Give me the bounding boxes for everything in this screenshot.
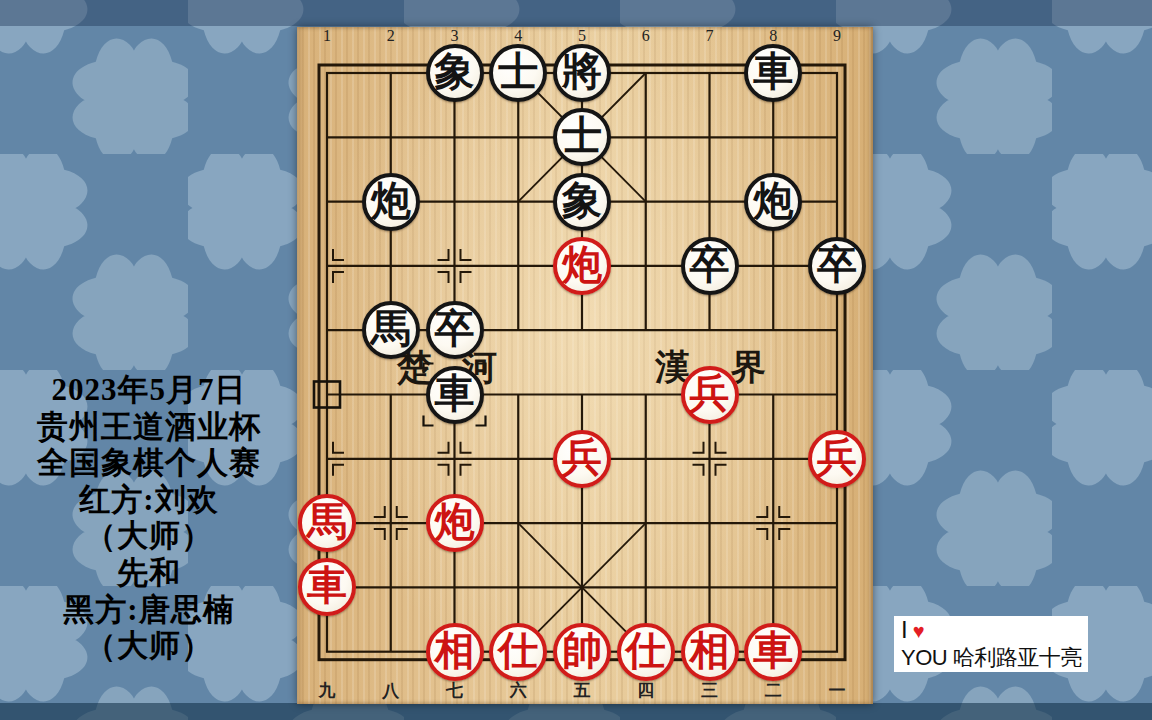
piece-black-f5r2[interactable]: 士	[553, 108, 611, 166]
info-line: （大师）	[0, 628, 298, 665]
piece-red-f7r6[interactable]: 兵	[681, 366, 739, 424]
top-dark-strip	[0, 0, 1152, 26]
piece-black-f3r5[interactable]: 卒	[426, 301, 484, 359]
piece-character: 相	[435, 631, 475, 671]
piece-black-f8r3[interactable]: 炮	[744, 173, 802, 231]
piece-black-f5r1[interactable]: 將	[553, 44, 611, 102]
piece-character: 象	[562, 181, 602, 221]
piece-red-f8r10[interactable]: 車	[744, 623, 802, 681]
piece-black-f7r4[interactable]: 卒	[681, 237, 739, 295]
piece-black-f2r3[interactable]: 炮	[362, 173, 420, 231]
info-line: 黑方:唐思楠	[0, 592, 298, 629]
piece-character: 兵	[817, 438, 857, 478]
piece-character: 相	[690, 631, 730, 671]
info-line: （大师）	[0, 518, 298, 555]
piece-character: 馬	[371, 309, 411, 349]
watermark: I♥ YOU 哈利路亚十亮	[894, 616, 1088, 672]
xiangqi-board: 123456789 九八七六五四三二一 楚河 漢界 象士將車士炮象炮炮卒卒馬卒車…	[297, 27, 873, 704]
screenshot-root: 2023年5月7日贵州王道酒业杯全国象棋个人赛红方:刘欢（大师）先和黑方:唐思楠…	[0, 0, 1152, 720]
piece-red-f5r7[interactable]: 兵	[553, 430, 611, 488]
piece-character: 帥	[562, 631, 602, 671]
piece-red-f5r10[interactable]: 帥	[553, 623, 611, 681]
piece-character: 車	[307, 566, 347, 606]
watermark-line2: YOU 哈利路亚十亮	[901, 644, 1088, 671]
piece-black-f8r1[interactable]: 車	[744, 44, 802, 102]
watermark-line1: I♥	[901, 617, 1088, 644]
info-line: 全国象棋个人赛	[0, 445, 298, 482]
piece-red-f7r10[interactable]: 相	[681, 623, 739, 681]
piece-red-f5r4[interactable]: 炮	[553, 237, 611, 295]
info-line: 贵州王道酒业杯	[0, 409, 298, 446]
pieces-layer: 象士將車士炮象炮炮卒卒馬卒車兵兵兵馬炮車相仕帥仕相車	[297, 27, 873, 704]
piece-character: 仕	[498, 631, 538, 671]
piece-character: 兵	[562, 438, 602, 478]
piece-character: 卒	[435, 309, 475, 349]
piece-character: 兵	[690, 374, 730, 414]
piece-black-f5r3[interactable]: 象	[553, 173, 611, 231]
piece-red-f1r9[interactable]: 車	[298, 558, 356, 616]
piece-red-f3r10[interactable]: 相	[426, 623, 484, 681]
piece-red-f6r10[interactable]: 仕	[617, 623, 675, 681]
piece-character: 馬	[307, 502, 347, 542]
piece-character: 炮	[562, 245, 602, 285]
piece-red-f4r10[interactable]: 仕	[489, 623, 547, 681]
piece-black-f4r1[interactable]: 士	[489, 44, 547, 102]
piece-black-f3r6[interactable]: 車	[426, 366, 484, 424]
piece-red-f1r8[interactable]: 馬	[298, 494, 356, 552]
info-panel: 2023年5月7日贵州王道酒业杯全国象棋个人赛红方:刘欢（大师）先和黑方:唐思楠…	[0, 372, 298, 665]
info-line: 先和	[0, 555, 298, 592]
heart-icon: ♥	[913, 620, 925, 642]
piece-character: 卒	[817, 245, 857, 285]
piece-character: 炮	[435, 502, 475, 542]
piece-character: 象	[435, 52, 475, 92]
piece-black-f9r4[interactable]: 卒	[808, 237, 866, 295]
piece-character: 炮	[753, 181, 793, 221]
piece-black-f3r1[interactable]: 象	[426, 44, 484, 102]
info-line: 红方:刘欢	[0, 482, 298, 519]
info-line: 2023年5月7日	[0, 372, 298, 409]
piece-red-f3r8[interactable]: 炮	[426, 494, 484, 552]
piece-character: 士	[498, 52, 538, 92]
piece-character: 炮	[371, 181, 411, 221]
piece-character: 車	[753, 631, 793, 671]
piece-character: 卒	[690, 245, 730, 285]
piece-character: 仕	[626, 631, 666, 671]
piece-black-f2r5[interactable]: 馬	[362, 301, 420, 359]
watermark-i-text: I	[901, 616, 908, 643]
piece-character: 將	[562, 52, 602, 92]
piece-character: 車	[753, 52, 793, 92]
piece-character: 士	[562, 116, 602, 156]
piece-character: 車	[435, 374, 475, 414]
piece-red-f9r7[interactable]: 兵	[808, 430, 866, 488]
